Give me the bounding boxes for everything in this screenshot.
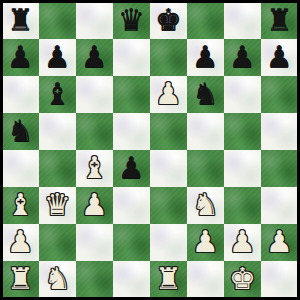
square-d5[interactable] [113,113,150,150]
square-a3[interactable]: ♝ [2,187,39,224]
square-b3[interactable]: ♛ [39,187,76,224]
square-h2[interactable]: ♟ [261,224,298,261]
black-knight-piece: ♞ [192,79,219,109]
square-b6[interactable]: ♝ [39,76,76,113]
white-knight-piece: ♞ [192,190,219,220]
white-bishop-piece: ♝ [7,190,34,220]
black-pawn-piece: ♟ [44,42,71,72]
black-pawn-piece: ♟ [192,42,219,72]
square-g7[interactable]: ♟ [224,39,261,76]
square-b5[interactable] [39,113,76,150]
square-c6[interactable] [76,76,113,113]
white-knight-piece: ♞ [44,264,71,294]
square-g1[interactable]: ♚ [224,261,261,298]
white-bishop-piece: ♝ [81,153,108,183]
square-d6[interactable] [113,76,150,113]
square-e1[interactable]: ♜ [150,261,187,298]
square-h4[interactable] [261,150,298,187]
square-d1[interactable] [113,261,150,298]
square-h8[interactable]: ♜ [261,2,298,39]
square-e2[interactable] [150,224,187,261]
square-a1[interactable]: ♜ [2,261,39,298]
square-a4[interactable] [2,150,39,187]
square-f7[interactable]: ♟ [187,39,224,76]
black-pawn-piece: ♟ [266,42,293,72]
square-g5[interactable] [224,113,261,150]
square-a5[interactable]: ♞ [2,113,39,150]
white-pawn-piece: ♟ [7,227,34,257]
square-b7[interactable]: ♟ [39,39,76,76]
square-d4[interactable]: ♟ [113,150,150,187]
chess-board: ♜♛♚♜♟♟♟♟♟♟♝♟♞♞♝♟♝♛♟♞♟♟♟♟♜♞♜♚ [0,0,300,300]
square-c8[interactable] [76,2,113,39]
square-f6[interactable]: ♞ [187,76,224,113]
square-c1[interactable] [76,261,113,298]
square-b1[interactable]: ♞ [39,261,76,298]
square-f5[interactable] [187,113,224,150]
white-pawn-piece: ♟ [155,79,182,109]
black-pawn-piece: ♟ [81,42,108,72]
black-knight-piece: ♞ [7,116,34,146]
square-h6[interactable] [261,76,298,113]
square-g3[interactable] [224,187,261,224]
black-pawn-piece: ♟ [229,42,256,72]
square-g6[interactable] [224,76,261,113]
square-a8[interactable]: ♜ [2,2,39,39]
square-e5[interactable] [150,113,187,150]
square-g8[interactable] [224,2,261,39]
white-rook-piece: ♜ [7,264,34,294]
square-g4[interactable] [224,150,261,187]
square-c3[interactable]: ♟ [76,187,113,224]
square-f2[interactable]: ♟ [187,224,224,261]
square-d3[interactable] [113,187,150,224]
square-f4[interactable] [187,150,224,187]
square-h3[interactable] [261,187,298,224]
square-g2[interactable]: ♟ [224,224,261,261]
square-a7[interactable]: ♟ [2,39,39,76]
white-pawn-piece: ♟ [81,190,108,220]
black-queen-piece: ♛ [118,5,145,35]
square-f3[interactable]: ♞ [187,187,224,224]
square-a2[interactable]: ♟ [2,224,39,261]
square-f1[interactable] [187,261,224,298]
white-pawn-piece: ♟ [229,227,256,257]
white-pawn-piece: ♟ [266,227,293,257]
black-pawn-piece: ♟ [7,42,34,72]
square-b4[interactable] [39,150,76,187]
square-f8[interactable] [187,2,224,39]
square-c2[interactable] [76,224,113,261]
square-c4[interactable]: ♝ [76,150,113,187]
square-a6[interactable] [2,76,39,113]
white-king-piece: ♚ [229,264,256,294]
square-e8[interactable]: ♚ [150,2,187,39]
white-rook-piece: ♜ [155,264,182,294]
square-c5[interactable] [76,113,113,150]
square-d7[interactable] [113,39,150,76]
square-d8[interactable]: ♛ [113,2,150,39]
black-pawn-piece: ♟ [118,153,145,183]
square-h5[interactable] [261,113,298,150]
black-rook-piece: ♜ [7,5,34,35]
square-e6[interactable]: ♟ [150,76,187,113]
black-rook-piece: ♜ [266,5,293,35]
black-king-piece: ♚ [155,5,182,35]
white-pawn-piece: ♟ [192,227,219,257]
square-d2[interactable] [113,224,150,261]
black-bishop-piece: ♝ [44,79,71,109]
square-c7[interactable]: ♟ [76,39,113,76]
square-b8[interactable] [39,2,76,39]
square-h1[interactable] [261,261,298,298]
white-queen-piece: ♛ [44,190,71,220]
square-e3[interactable] [150,187,187,224]
square-e7[interactable] [150,39,187,76]
square-b2[interactable] [39,224,76,261]
square-e4[interactable] [150,150,187,187]
square-h7[interactable]: ♟ [261,39,298,76]
